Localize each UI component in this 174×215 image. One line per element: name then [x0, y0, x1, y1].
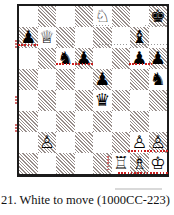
red-tick-e1: [107, 156, 109, 172]
red-squiggle-a7: [18, 44, 38, 46]
piece-black-knight-h5: ♞: [150, 71, 166, 89]
piece-white-pawn-g2: ♙: [131, 134, 147, 152]
square-g8: [130, 6, 149, 27]
square-b5: [38, 69, 57, 90]
square-f4: [112, 90, 131, 111]
square-e5: ♟: [93, 69, 112, 90]
piece-black-queen-e4: ♛: [94, 92, 110, 110]
square-b1: [38, 153, 57, 174]
square-a6: [19, 48, 38, 69]
square-d4: [75, 90, 94, 111]
square-g3: [130, 111, 149, 132]
piece-white-knight-e8: ♘: [94, 8, 110, 26]
square-g4: [130, 90, 149, 111]
square-c6: ♞: [56, 48, 75, 69]
square-c8: [56, 6, 75, 27]
square-e4: ♛: [93, 90, 112, 111]
square-a4: [19, 90, 38, 111]
square-c4: [56, 90, 75, 111]
square-h1: ♔: [149, 153, 168, 174]
square-d3: [75, 111, 94, 132]
piece-white-king-h1: ♔: [150, 155, 166, 173]
square-b4: [38, 90, 57, 111]
red-squiggle-f1-h1: [118, 172, 168, 174]
square-c3: [56, 111, 75, 132]
square-d5: [75, 69, 94, 90]
piece-white-rook-f1: ♖: [113, 155, 129, 173]
piece-white-pawn-b2: ♙: [39, 134, 55, 152]
red-tick-left-1: [15, 40, 17, 48]
red-squiggle-g6: [129, 63, 152, 65]
square-f6: [112, 48, 131, 69]
square-a2: [19, 132, 38, 153]
red-squiggle-c6-d6: [56, 63, 94, 65]
piece-black-pawn-e5: ♟: [94, 71, 110, 89]
square-g1: ♗: [130, 153, 149, 174]
square-b6: [38, 48, 57, 69]
red-squiggle-g2-h2: [128, 150, 168, 152]
square-e3: [93, 111, 112, 132]
square-h6: ♟: [149, 48, 168, 69]
square-e2: [93, 132, 112, 153]
piece-black-pawn-h6: ♟: [150, 50, 166, 68]
square-f8: [112, 6, 131, 27]
square-d8: [75, 6, 94, 27]
square-a1: [19, 153, 38, 174]
square-a8: [19, 6, 38, 27]
diagram-caption: 21. White to move (1000CC-223): [1, 193, 173, 208]
square-g6: ♟: [130, 48, 149, 69]
square-a5: [19, 69, 38, 90]
gray-dots-rank8-b: [145, 25, 168, 26]
piece-white-queen-b7: ♕: [39, 29, 55, 47]
square-e8: ♘: [93, 6, 112, 27]
square-d1: [75, 153, 94, 174]
square-g5: [130, 69, 149, 90]
square-h3: [149, 111, 168, 132]
gray-dots-rank7-b: [96, 44, 129, 45]
gray-dots-rank7-a: [57, 44, 75, 45]
square-d2: [75, 132, 94, 153]
square-a3: [19, 111, 38, 132]
square-c5: [56, 69, 75, 90]
square-f5: [112, 69, 131, 90]
red-tick-left-3: [15, 124, 17, 133]
piece-black-king-h8: ♚: [150, 8, 166, 26]
square-b2: ♙: [38, 132, 57, 153]
square-e6: [93, 48, 112, 69]
square-b8: [38, 6, 57, 27]
piece-white-bishop-g1: ♗: [131, 155, 147, 173]
square-b7: ♕: [38, 27, 57, 48]
square-f1: ♖: [112, 153, 131, 174]
square-h4: [149, 90, 168, 111]
square-h8: ♚: [149, 6, 168, 27]
gray-dots-rank8-a: [90, 25, 111, 26]
piece-white-pawn-h2: ♙: [150, 134, 166, 152]
square-f3: [112, 111, 131, 132]
caption-artifact-line: [115, 188, 162, 190]
red-tick-left-2: [15, 96, 17, 105]
square-b3: [38, 111, 57, 132]
square-d6: ♟: [75, 48, 94, 69]
square-c2: [56, 132, 75, 153]
square-h5: ♞: [149, 69, 168, 90]
gray-dots-rank7-c: [133, 44, 167, 45]
chess-diagram-page: ♘♚♟♕♝♞♟♟♟♟♞♛♙♙♙♖♗♔ 21. White to move (10…: [0, 0, 174, 215]
square-d7: [75, 27, 94, 48]
square-c1: [56, 153, 75, 174]
